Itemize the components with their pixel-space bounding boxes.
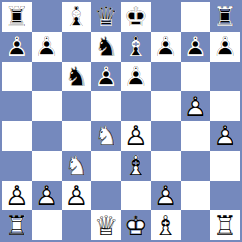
square-b7[interactable]: ♟♙: [32, 32, 62, 62]
square-f5[interactable]: [151, 91, 181, 121]
black-piece-outline-glyph: ♕: [91, 2, 121, 32]
white-piece-outline-glyph: ♖: [2, 210, 32, 240]
piece-white-knight[interactable]: ♞♘: [62, 151, 92, 181]
square-f2[interactable]: ♟♙: [151, 181, 181, 211]
square-e4[interactable]: ♟♙: [121, 121, 151, 151]
square-d8[interactable]: ♛♕: [91, 2, 121, 32]
white-piece-outline-glyph: ♗: [121, 151, 151, 181]
square-f8[interactable]: [151, 2, 181, 32]
square-e3[interactable]: ♝♗: [121, 151, 151, 181]
square-h3[interactable]: [210, 151, 240, 181]
piece-white-queen[interactable]: ♛♕: [91, 210, 121, 240]
piece-black-knight[interactable]: ♞♘: [91, 32, 121, 62]
piece-white-king[interactable]: ♚♔: [121, 210, 151, 240]
square-a2[interactable]: ♟♙: [2, 181, 32, 211]
piece-black-pawn[interactable]: ♟♙: [2, 32, 32, 62]
piece-black-pawn[interactable]: ♟♙: [121, 62, 151, 92]
square-d7[interactable]: ♞♘: [91, 32, 121, 62]
square-a7[interactable]: ♟♙: [2, 32, 32, 62]
square-g6[interactable]: [181, 62, 211, 92]
piece-white-bishop[interactable]: ♝♗: [121, 151, 151, 181]
black-piece-outline-glyph: ♗: [62, 2, 92, 32]
black-piece-outline-glyph: ♙: [32, 32, 62, 62]
white-piece-outline-glyph: ♙: [181, 91, 211, 121]
square-h7[interactable]: ♟♙: [210, 32, 240, 62]
black-piece-outline-glyph: ♙: [181, 32, 211, 62]
black-piece-outline-glyph: ♔: [121, 2, 151, 32]
square-b4[interactable]: [32, 121, 62, 151]
square-e6[interactable]: ♟♙: [121, 62, 151, 92]
square-f1[interactable]: ♝♗: [151, 210, 181, 240]
square-g3[interactable]: [181, 151, 211, 181]
black-piece-outline-glyph: ♙: [121, 62, 151, 92]
square-d5[interactable]: [91, 91, 121, 121]
piece-black-king[interactable]: ♚♔: [121, 2, 151, 32]
square-h1[interactable]: ♜♖: [210, 210, 240, 240]
piece-black-pawn[interactable]: ♟♙: [181, 32, 211, 62]
square-e8[interactable]: ♚♔: [121, 2, 151, 32]
square-a1[interactable]: ♜♖: [2, 210, 32, 240]
square-h2[interactable]: [210, 181, 240, 211]
square-g8[interactable]: [181, 2, 211, 32]
piece-white-pawn[interactable]: ♟♙: [181, 91, 211, 121]
piece-black-rook[interactable]: ♜♖: [210, 2, 240, 32]
piece-white-rook[interactable]: ♜♖: [2, 210, 32, 240]
square-a8[interactable]: ♜♖: [2, 2, 32, 32]
square-a3[interactable]: [2, 151, 32, 181]
piece-white-pawn[interactable]: ♟♙: [121, 121, 151, 151]
square-b5[interactable]: [32, 91, 62, 121]
piece-black-queen[interactable]: ♛♕: [91, 2, 121, 32]
white-piece-outline-glyph: ♗: [151, 210, 181, 240]
square-c5[interactable]: [62, 91, 92, 121]
square-d6[interactable]: ♟♙: [91, 62, 121, 92]
piece-white-pawn[interactable]: ♟♙: [210, 121, 240, 151]
chess-board: ♜♖♝♗♛♕♚♔♜♖♟♙♟♙♞♘♝♗♟♙♟♙♟♙♞♘♟♙♟♙♟♙♞♘♟♙♟♙♞♘…: [0, 0, 242, 242]
square-g7[interactable]: ♟♙: [181, 32, 211, 62]
piece-black-pawn[interactable]: ♟♙: [151, 32, 181, 62]
piece-white-pawn[interactable]: ♟♙: [62, 181, 92, 211]
square-g5[interactable]: ♟♙: [181, 91, 211, 121]
white-piece-outline-glyph: ♙: [210, 121, 240, 151]
piece-black-pawn[interactable]: ♟♙: [210, 32, 240, 62]
black-piece-outline-glyph: ♙: [91, 62, 121, 92]
piece-black-bishop[interactable]: ♝♗: [121, 32, 151, 62]
piece-black-bishop[interactable]: ♝♗: [62, 2, 92, 32]
black-piece-outline-glyph: ♖: [2, 2, 32, 32]
square-c3[interactable]: ♞♘: [62, 151, 92, 181]
white-piece-outline-glyph: ♘: [91, 121, 121, 151]
square-b3[interactable]: [32, 151, 62, 181]
white-piece-outline-glyph: ♖: [210, 210, 240, 240]
black-piece-outline-glyph: ♘: [91, 32, 121, 62]
square-d1[interactable]: ♛♕: [91, 210, 121, 240]
square-e7[interactable]: ♝♗: [121, 32, 151, 62]
square-h8[interactable]: ♜♖: [210, 2, 240, 32]
white-piece-outline-glyph: ♙: [151, 181, 181, 211]
square-g4[interactable]: [181, 121, 211, 151]
piece-black-pawn[interactable]: ♟♙: [32, 32, 62, 62]
piece-black-pawn[interactable]: ♟♙: [91, 62, 121, 92]
square-a4[interactable]: [2, 121, 32, 151]
piece-white-bishop[interactable]: ♝♗: [151, 210, 181, 240]
square-e5[interactable]: [121, 91, 151, 121]
black-piece-outline-glyph: ♖: [210, 2, 240, 32]
white-piece-outline-glyph: ♙: [62, 181, 92, 211]
black-piece-outline-glyph: ♙: [210, 32, 240, 62]
square-b8[interactable]: [32, 2, 62, 32]
white-piece-outline-glyph: ♙: [32, 181, 62, 211]
square-b1[interactable]: [32, 210, 62, 240]
white-piece-outline-glyph: ♕: [91, 210, 121, 240]
square-c2[interactable]: ♟♙: [62, 181, 92, 211]
piece-white-rook[interactable]: ♜♖: [210, 210, 240, 240]
white-piece-outline-glyph: ♙: [121, 121, 151, 151]
black-piece-outline-glyph: ♙: [2, 32, 32, 62]
square-c6[interactable]: ♞♘: [62, 62, 92, 92]
square-g1[interactable]: [181, 210, 211, 240]
piece-white-knight[interactable]: ♞♘: [91, 121, 121, 151]
chess-app: ♜♖♝♗♛♕♚♔♜♖♟♙♟♙♞♘♝♗♟♙♟♙♟♙♞♘♟♙♟♙♟♙♞♘♟♙♟♙♞♘…: [0, 0, 242, 242]
piece-black-rook[interactable]: ♜♖: [2, 2, 32, 32]
square-b2[interactable]: ♟♙: [32, 181, 62, 211]
piece-white-pawn[interactable]: ♟♙: [151, 181, 181, 211]
square-a6[interactable]: [2, 62, 32, 92]
piece-white-pawn[interactable]: ♟♙: [32, 181, 62, 211]
white-piece-outline-glyph: ♙: [2, 181, 32, 211]
square-c4[interactable]: [62, 121, 92, 151]
square-c7[interactable]: [62, 32, 92, 62]
square-f6[interactable]: [151, 62, 181, 92]
square-d3[interactable]: [91, 151, 121, 181]
square-h6[interactable]: [210, 62, 240, 92]
square-c8[interactable]: ♝♗: [62, 2, 92, 32]
square-b6[interactable]: [32, 62, 62, 92]
square-d4[interactable]: ♞♘: [91, 121, 121, 151]
piece-white-pawn[interactable]: ♟♙: [2, 181, 32, 211]
square-f7[interactable]: ♟♙: [151, 32, 181, 62]
square-e1[interactable]: ♚♔: [121, 210, 151, 240]
white-piece-outline-glyph: ♘: [62, 151, 92, 181]
square-h4[interactable]: ♟♙: [210, 121, 240, 151]
square-h5[interactable]: [210, 91, 240, 121]
square-e2[interactable]: [121, 181, 151, 211]
black-piece-outline-glyph: ♙: [151, 32, 181, 62]
white-piece-outline-glyph: ♔: [121, 210, 151, 240]
square-f4[interactable]: [151, 121, 181, 151]
square-d2[interactable]: [91, 181, 121, 211]
square-f3[interactable]: [151, 151, 181, 181]
piece-black-knight[interactable]: ♞♘: [62, 62, 92, 92]
square-c1[interactable]: [62, 210, 92, 240]
black-piece-outline-glyph: ♘: [62, 62, 92, 92]
black-piece-outline-glyph: ♗: [121, 32, 151, 62]
square-a5[interactable]: [2, 91, 32, 121]
square-g2[interactable]: [181, 181, 211, 211]
